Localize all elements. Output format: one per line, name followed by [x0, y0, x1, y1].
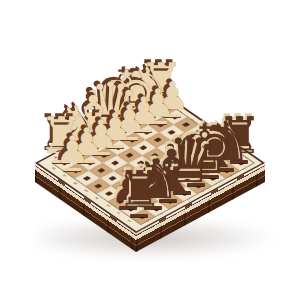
piece-slot — [75, 153, 83, 158]
piece-slot — [61, 161, 69, 166]
piece-slot — [160, 107, 168, 112]
piece-slot — [141, 199, 149, 204]
piece-slot — [201, 153, 209, 158]
piece-slot — [147, 168, 155, 173]
piece-slot — [122, 168, 130, 173]
piece-slot — [195, 183, 203, 188]
piece-slot — [97, 168, 105, 173]
piece-slot — [89, 145, 97, 150]
piece-slot — [168, 130, 176, 135]
piece-slot — [179, 138, 187, 143]
piece-slot — [151, 153, 159, 158]
piece-slot — [117, 130, 125, 135]
piece-slot — [162, 161, 170, 166]
piece-slot — [226, 153, 234, 158]
piece-slot — [143, 130, 151, 135]
piece-slot — [72, 168, 80, 173]
piece-slot — [130, 191, 138, 196]
piece-slot — [131, 122, 139, 127]
piece-slot — [157, 122, 165, 127]
piece-slot — [198, 168, 206, 173]
piece-slot — [155, 191, 163, 196]
piece-slot — [187, 161, 195, 166]
piece-slot — [146, 115, 154, 120]
piece-slot — [171, 115, 179, 120]
chess-board: ABCDEFGH ABCDEFGH 87654321 87654321 — [35, 93, 265, 233]
piece-slot — [127, 206, 135, 211]
piece-slot — [154, 138, 162, 143]
piece-slot — [111, 161, 119, 166]
piece-slot — [86, 161, 94, 166]
piece-slot — [237, 161, 245, 166]
piece-slot — [170, 183, 178, 188]
piece-slot — [215, 145, 223, 150]
piece-slot — [83, 176, 91, 181]
piece-slot — [119, 183, 127, 188]
piece-slot — [165, 145, 173, 150]
piece-slot — [158, 176, 166, 181]
piece-slot — [139, 145, 147, 150]
piece-slot — [152, 206, 160, 211]
piece-slot — [144, 183, 152, 188]
piece-slot — [176, 153, 184, 158]
piece-slot — [173, 168, 181, 173]
piece-slot — [105, 191, 113, 196]
piece-slot — [94, 183, 102, 188]
piece-slot — [116, 199, 124, 204]
piece-slot — [114, 145, 122, 150]
piece-slot — [108, 176, 116, 181]
piece-slot — [182, 122, 190, 127]
piece-slot — [100, 153, 108, 158]
piece-slot — [209, 176, 217, 181]
piece-slot — [133, 176, 141, 181]
piece-slot — [181, 191, 189, 196]
piece-slot — [128, 138, 136, 143]
piece-slot — [103, 138, 111, 143]
piece-slot — [125, 153, 133, 158]
piece-slot — [138, 214, 146, 219]
piece-slot — [204, 138, 212, 143]
piece-slot — [212, 161, 220, 166]
piece-slot — [193, 130, 201, 135]
piece-slot — [184, 176, 192, 181]
piece-slot — [190, 145, 198, 150]
product-photo: ABCDEFGH ABCDEFGH 87654321 87654321 ♜♜♞♞… — [0, 0, 300, 300]
piece-slot — [223, 168, 231, 173]
piece-slot — [166, 199, 174, 204]
piece-slot — [136, 161, 144, 166]
